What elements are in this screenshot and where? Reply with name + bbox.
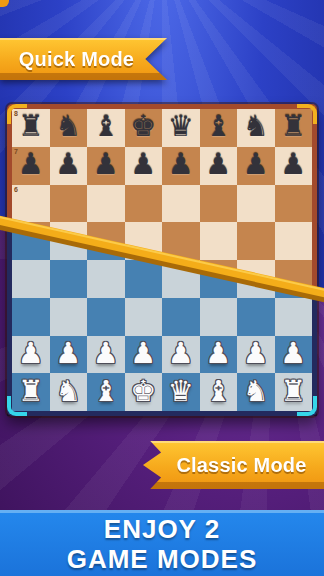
square-e3[interactable] bbox=[162, 298, 200, 336]
square-a1[interactable]: ♜ bbox=[12, 373, 50, 411]
square-d3[interactable] bbox=[125, 298, 163, 336]
square-h2[interactable]: ♟ bbox=[275, 336, 313, 374]
square-g1[interactable]: ♞ bbox=[237, 373, 275, 411]
white-pawn-b2[interactable]: ♟ bbox=[55, 339, 81, 368]
square-b6[interactable] bbox=[50, 185, 88, 223]
square-e6[interactable] bbox=[162, 185, 200, 223]
white-rook-a1[interactable]: ♜ bbox=[18, 377, 44, 406]
black-knight-b8[interactable]: ♞ bbox=[55, 112, 81, 141]
black-pawn-d7[interactable]: ♟ bbox=[130, 150, 156, 179]
chess-board: 8♜♞♝♚♛♝♞♜7♟♟♟♟♟♟♟♟6♟♟♟♟♟♟♟♟♜♞♝♚♛♝♞♜ ♜♞♝♚… bbox=[7, 104, 317, 416]
black-pawn-h7[interactable]: ♟ bbox=[280, 150, 306, 179]
classic-mode-label: Classic Mode bbox=[176, 454, 306, 477]
white-pawn-c2[interactable]: ♟ bbox=[93, 339, 119, 368]
white-pawn-e2[interactable]: ♟ bbox=[168, 339, 194, 368]
square-f5[interactable] bbox=[200, 222, 238, 260]
square-b1[interactable]: ♞ bbox=[50, 373, 88, 411]
square-f3[interactable] bbox=[200, 298, 238, 336]
white-pawn-f2[interactable]: ♟ bbox=[205, 339, 231, 368]
square-h8[interactable]: ♜ bbox=[275, 109, 313, 147]
square-f8[interactable]: ♝ bbox=[200, 109, 238, 147]
white-bishop-c1[interactable]: ♝ bbox=[93, 377, 119, 406]
square-a2[interactable]: ♟ bbox=[12, 336, 50, 374]
square-b8[interactable]: ♞ bbox=[50, 109, 88, 147]
square-c8[interactable]: ♝ bbox=[87, 109, 125, 147]
square-g8[interactable]: ♞ bbox=[237, 109, 275, 147]
square-e8[interactable]: ♛ bbox=[162, 109, 200, 147]
square-d8[interactable]: ♚ bbox=[125, 109, 163, 147]
white-rook-h1[interactable]: ♜ bbox=[280, 377, 306, 406]
black-pawn-b7[interactable]: ♟ bbox=[55, 150, 81, 179]
white-pawn-a2[interactable]: ♟ bbox=[18, 339, 44, 368]
square-f2[interactable]: ♟ bbox=[200, 336, 238, 374]
black-king-d8[interactable]: ♚ bbox=[130, 112, 156, 141]
black-pawn-g7[interactable]: ♟ bbox=[243, 150, 269, 179]
square-d7[interactable]: ♟ bbox=[125, 147, 163, 185]
footer-bar: ENJOY 2 GAME MODES bbox=[0, 510, 324, 576]
square-a8[interactable]: 8♜ bbox=[12, 109, 50, 147]
white-pawn-d2[interactable]: ♟ bbox=[130, 339, 156, 368]
square-a7[interactable]: 7♟ bbox=[12, 147, 50, 185]
square-f6[interactable] bbox=[200, 185, 238, 223]
square-e5[interactable] bbox=[162, 222, 200, 260]
square-c4[interactable] bbox=[87, 260, 125, 298]
white-king-d1[interactable]: ♚ bbox=[130, 377, 156, 406]
black-pawn-a7[interactable]: ♟ bbox=[18, 150, 44, 179]
black-knight-g8[interactable]: ♞ bbox=[243, 112, 269, 141]
square-d4[interactable] bbox=[125, 260, 163, 298]
square-h3[interactable] bbox=[275, 298, 313, 336]
square-e7[interactable]: ♟ bbox=[162, 147, 200, 185]
square-h1[interactable]: ♜ bbox=[275, 373, 313, 411]
square-a4[interactable] bbox=[12, 260, 50, 298]
square-c1[interactable]: ♝ bbox=[87, 373, 125, 411]
square-c7[interactable]: ♟ bbox=[87, 147, 125, 185]
square-b4[interactable] bbox=[50, 260, 88, 298]
square-f1[interactable]: ♝ bbox=[200, 373, 238, 411]
square-c6[interactable] bbox=[87, 185, 125, 223]
footer-text-line2: GAME MODES bbox=[67, 545, 258, 575]
white-pawn-g2[interactable]: ♟ bbox=[243, 339, 269, 368]
square-f7[interactable]: ♟ bbox=[200, 147, 238, 185]
square-c2[interactable]: ♟ bbox=[87, 336, 125, 374]
square-e1[interactable]: ♛ bbox=[162, 373, 200, 411]
rank-label-6: 6 bbox=[14, 186, 18, 193]
square-h6[interactable] bbox=[275, 185, 313, 223]
white-knight-g1[interactable]: ♞ bbox=[243, 377, 269, 406]
square-b3[interactable] bbox=[50, 298, 88, 336]
black-pawn-c7[interactable]: ♟ bbox=[93, 150, 119, 179]
app-screenshot: 8♜♞♝♚♛♝♞♜7♟♟♟♟♟♟♟♟6♟♟♟♟♟♟♟♟♜♞♝♚♛♝♞♜ ♜♞♝♚… bbox=[0, 0, 324, 576]
black-pawn-e7[interactable]: ♟ bbox=[168, 150, 194, 179]
black-rook-h8[interactable]: ♜ bbox=[280, 112, 306, 141]
square-g5[interactable] bbox=[237, 222, 275, 260]
footer-text-line1: ENJOY 2 bbox=[104, 515, 220, 545]
black-pawn-f7[interactable]: ♟ bbox=[205, 150, 231, 179]
square-g2[interactable]: ♟ bbox=[237, 336, 275, 374]
square-g3[interactable] bbox=[237, 298, 275, 336]
square-a3[interactable] bbox=[12, 298, 50, 336]
black-bishop-c8[interactable]: ♝ bbox=[93, 112, 119, 141]
square-g7[interactable]: ♟ bbox=[237, 147, 275, 185]
black-bishop-f8[interactable]: ♝ bbox=[205, 112, 231, 141]
square-h5[interactable] bbox=[275, 222, 313, 260]
classic-mode-banner[interactable]: Classic Mode bbox=[143, 441, 324, 489]
black-queen-e8[interactable]: ♛ bbox=[168, 112, 194, 141]
square-g6[interactable] bbox=[237, 185, 275, 223]
black-rook-a8[interactable]: ♜ bbox=[18, 112, 44, 141]
square-h7[interactable]: ♟ bbox=[275, 147, 313, 185]
square-d1[interactable]: ♚ bbox=[125, 373, 163, 411]
square-e2[interactable]: ♟ bbox=[162, 336, 200, 374]
square-a6[interactable]: 6 bbox=[12, 185, 50, 223]
square-d6[interactable] bbox=[125, 185, 163, 223]
square-e4[interactable] bbox=[162, 260, 200, 298]
white-queen-e1[interactable]: ♛ bbox=[168, 377, 194, 406]
square-c3[interactable] bbox=[87, 298, 125, 336]
square-b2[interactable]: ♟ bbox=[50, 336, 88, 374]
white-knight-b1[interactable]: ♞ bbox=[55, 377, 81, 406]
white-bishop-f1[interactable]: ♝ bbox=[205, 377, 231, 406]
square-b7[interactable]: ♟ bbox=[50, 147, 88, 185]
square-d2[interactable]: ♟ bbox=[125, 336, 163, 374]
white-pawn-h2[interactable]: ♟ bbox=[280, 339, 306, 368]
